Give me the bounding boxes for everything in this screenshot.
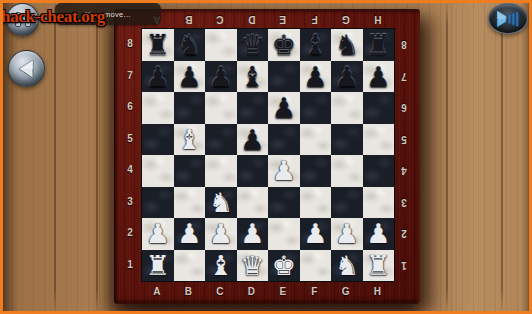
square-b3[interactable] — [174, 187, 206, 219]
square-d8[interactable]: ♛ — [237, 29, 269, 61]
rank-label: 8 — [119, 28, 141, 60]
file-label: G — [330, 284, 362, 299]
right-edge-shadow — [521, 3, 529, 311]
square-a2[interactable]: ♟ — [142, 218, 174, 250]
black-pawn: ♟ — [268, 92, 300, 124]
file-labels-bottom: ABCDEFGH — [141, 284, 394, 299]
rank-label: 6 — [119, 91, 141, 123]
square-a6[interactable] — [142, 92, 174, 124]
square-a1[interactable]: ♜ — [142, 250, 174, 282]
square-f4[interactable] — [300, 155, 332, 187]
square-c1[interactable]: ♝ — [205, 250, 237, 282]
black-bishop: ♝ — [300, 29, 332, 61]
white-bishop: ♝ — [205, 250, 237, 282]
rank-label: 1 — [393, 249, 415, 281]
square-h6[interactable] — [363, 92, 395, 124]
square-a7[interactable]: ♟ — [142, 61, 174, 93]
file-label: C — [204, 12, 236, 27]
square-g7[interactable]: ♟ — [331, 61, 363, 93]
black-pawn: ♟ — [363, 61, 395, 93]
chess-board: ABCDEFGH ABCDEFGH 87654321 87654321 ♜♞♛♚… — [114, 9, 420, 304]
white-pawn: ♟ — [174, 218, 206, 250]
left-edge-shadow — [3, 3, 19, 311]
square-b2[interactable]: ♟ — [174, 218, 206, 250]
black-pawn: ♟ — [174, 61, 206, 93]
white-pawn: ♟ — [331, 218, 363, 250]
rank-label: 3 — [393, 186, 415, 218]
black-rook: ♜ — [142, 29, 174, 61]
file-label: E — [267, 12, 299, 27]
white-queen: ♛ — [237, 250, 269, 282]
wood-seam — [501, 0, 503, 314]
square-d5[interactable]: ♟ — [237, 124, 269, 156]
square-c4[interactable] — [205, 155, 237, 187]
square-a4[interactable] — [142, 155, 174, 187]
square-e7[interactable] — [268, 61, 300, 93]
square-d3[interactable] — [237, 187, 269, 219]
square-d6[interactable] — [237, 92, 269, 124]
square-g3[interactable] — [331, 187, 363, 219]
file-label: C — [204, 284, 236, 299]
file-label: D — [236, 12, 268, 27]
rank-label: 5 — [119, 123, 141, 155]
rank-label: 7 — [119, 60, 141, 92]
square-b5[interactable]: ♝ — [174, 124, 206, 156]
rank-label: 3 — [119, 186, 141, 218]
square-e2[interactable] — [268, 218, 300, 250]
board-squares: ♜♞♛♚♝♞♜♟♟♟♝♟♟♟♟♝♟♟♞♟♟♟♟♟♟♟♜♝♛♚♞♜ — [141, 28, 395, 282]
square-d2[interactable]: ♟ — [237, 218, 269, 250]
square-c5[interactable] — [205, 124, 237, 156]
file-label: F — [299, 12, 331, 27]
wood-seam — [446, 0, 448, 314]
white-knight: ♞ — [331, 250, 363, 282]
square-c2[interactable]: ♟ — [205, 218, 237, 250]
black-pawn: ♟ — [142, 61, 174, 93]
square-d4[interactable] — [237, 155, 269, 187]
square-d1[interactable]: ♛ — [237, 250, 269, 282]
wood-seam — [54, 0, 56, 314]
square-h8[interactable]: ♜ — [363, 29, 395, 61]
square-c3[interactable]: ♞ — [205, 187, 237, 219]
file-label: D — [236, 284, 268, 299]
square-e1[interactable]: ♚ — [268, 250, 300, 282]
square-a5[interactable] — [142, 124, 174, 156]
white-knight: ♞ — [205, 187, 237, 219]
square-f5[interactable] — [300, 124, 332, 156]
black-rook: ♜ — [363, 29, 395, 61]
black-pawn: ♟ — [205, 61, 237, 93]
square-h3[interactable] — [363, 187, 395, 219]
black-pawn: ♟ — [331, 61, 363, 93]
square-c7[interactable]: ♟ — [205, 61, 237, 93]
square-b6[interactable] — [174, 92, 206, 124]
square-b1[interactable] — [174, 250, 206, 282]
square-e8[interactable]: ♚ — [268, 29, 300, 61]
white-pawn: ♟ — [142, 218, 174, 250]
back-button[interactable] — [8, 50, 45, 87]
square-c8[interactable] — [205, 29, 237, 61]
file-label: B — [173, 284, 205, 299]
square-h1[interactable]: ♜ — [363, 250, 395, 282]
white-rook: ♜ — [142, 250, 174, 282]
white-rook: ♜ — [363, 250, 395, 282]
white-pawn: ♟ — [237, 218, 269, 250]
square-g1[interactable]: ♞ — [331, 250, 363, 282]
sound-button[interactable] — [488, 3, 528, 34]
white-bishop: ♝ — [174, 124, 206, 156]
square-a8[interactable]: ♜ — [142, 29, 174, 61]
file-label: G — [330, 12, 362, 27]
square-f1[interactable] — [300, 250, 332, 282]
watermark-text: hack-cheat.org — [1, 7, 105, 27]
square-e6[interactable]: ♟ — [268, 92, 300, 124]
file-label: H — [362, 12, 394, 27]
back-arrow-icon — [14, 56, 40, 82]
rank-label: 2 — [119, 217, 141, 249]
speaker-volume-icon — [494, 9, 522, 29]
white-pawn: ♟ — [205, 218, 237, 250]
black-knight: ♞ — [174, 29, 206, 61]
square-b4[interactable] — [174, 155, 206, 187]
white-pawn: ♟ — [363, 218, 395, 250]
square-f7[interactable]: ♟ — [300, 61, 332, 93]
square-h4[interactable] — [363, 155, 395, 187]
rank-label: 7 — [393, 60, 415, 92]
square-g2[interactable]: ♟ — [331, 218, 363, 250]
square-f3[interactable] — [300, 187, 332, 219]
square-g5[interactable] — [331, 124, 363, 156]
rank-label: 4 — [393, 154, 415, 186]
file-label: A — [141, 284, 173, 299]
rank-labels-left: 87654321 — [119, 28, 141, 281]
black-pawn: ♟ — [237, 124, 269, 156]
square-b8[interactable]: ♞ — [174, 29, 206, 61]
black-queen: ♛ — [237, 29, 269, 61]
square-h2[interactable]: ♟ — [363, 218, 395, 250]
rank-label: 8 — [393, 28, 415, 60]
square-f6[interactable] — [300, 92, 332, 124]
square-g8[interactable]: ♞ — [331, 29, 363, 61]
square-f8[interactable]: ♝ — [300, 29, 332, 61]
white-king: ♚ — [268, 250, 300, 282]
rank-label: 5 — [393, 123, 415, 155]
square-e4[interactable]: ♟ — [268, 155, 300, 187]
square-f2[interactable]: ♟ — [300, 218, 332, 250]
square-h7[interactable]: ♟ — [363, 61, 395, 93]
file-label: B — [173, 12, 205, 27]
white-pawn: ♟ — [300, 218, 332, 250]
square-h5[interactable] — [363, 124, 395, 156]
black-knight: ♞ — [331, 29, 363, 61]
app-screen: ABCDEFGH ABCDEFGH 87654321 87654321 ♜♞♛♚… — [0, 0, 532, 314]
square-g6[interactable] — [331, 92, 363, 124]
file-label: H — [362, 284, 394, 299]
square-d7[interactable]: ♝ — [237, 61, 269, 93]
rank-labels-right: 87654321 — [393, 28, 415, 281]
wood-seam — [96, 0, 98, 314]
file-label: E — [267, 284, 299, 299]
square-c6[interactable] — [205, 92, 237, 124]
file-label: F — [299, 284, 331, 299]
file-labels-top: ABCDEFGH — [141, 12, 394, 27]
square-e5[interactable] — [268, 124, 300, 156]
square-g4[interactable] — [331, 155, 363, 187]
rank-label: 4 — [119, 154, 141, 186]
square-e3[interactable] — [268, 187, 300, 219]
black-bishop: ♝ — [237, 61, 269, 93]
rank-label: 2 — [393, 217, 415, 249]
rank-label: 6 — [393, 91, 415, 123]
square-a3[interactable] — [142, 187, 174, 219]
black-king: ♚ — [268, 29, 300, 61]
square-b7[interactable]: ♟ — [174, 61, 206, 93]
rank-label: 1 — [119, 249, 141, 281]
black-pawn: ♟ — [300, 61, 332, 93]
white-pawn: ♟ — [268, 155, 300, 187]
